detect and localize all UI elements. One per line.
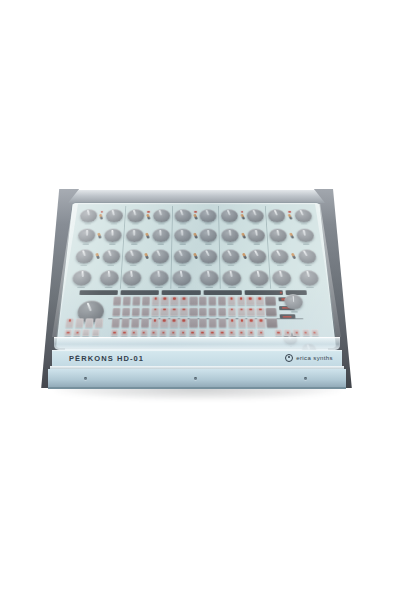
small-function-button xyxy=(170,329,177,335)
voice-strip xyxy=(219,206,271,289)
step-button xyxy=(151,307,159,316)
knob-row xyxy=(121,267,171,289)
mode-toggle-switch xyxy=(193,214,198,220)
mode-toggle-switch xyxy=(193,253,198,259)
small-function-button xyxy=(64,329,72,335)
parameter-knob xyxy=(222,229,240,243)
step-button xyxy=(160,318,168,327)
step-button xyxy=(199,318,207,327)
small-function-button xyxy=(73,329,81,335)
mode-toggle-switch xyxy=(289,232,294,238)
knob-pointer-icon xyxy=(108,271,110,277)
small-function-button xyxy=(311,329,319,335)
small-function-button xyxy=(284,329,291,335)
knob-row xyxy=(123,225,171,245)
voice-led xyxy=(148,211,150,213)
dust-cover-front-lip xyxy=(54,337,340,350)
knob-pointer-icon xyxy=(82,250,86,256)
header-segment xyxy=(121,290,160,295)
step-led xyxy=(163,308,165,310)
small-function-button xyxy=(228,329,235,335)
knob-pointer-icon xyxy=(108,250,112,256)
button-led xyxy=(231,331,233,333)
voice-strip xyxy=(171,206,221,289)
knob-pointer-icon xyxy=(86,230,88,236)
parameter-knob xyxy=(294,209,312,222)
button-led xyxy=(313,331,316,333)
knob-pointer-icon xyxy=(112,230,114,236)
parameter-knob xyxy=(150,270,169,285)
screw-icon xyxy=(84,377,87,380)
step-led xyxy=(183,308,185,310)
small-function-button xyxy=(275,329,282,335)
knob-pointer-icon xyxy=(112,210,115,216)
step-button xyxy=(208,307,216,316)
fx-button-column xyxy=(265,297,278,328)
parameter-knob xyxy=(271,249,290,263)
knob-pointer-icon xyxy=(207,230,209,236)
parameter-knob xyxy=(174,229,191,243)
step-led xyxy=(250,308,252,310)
brand-lockup: erica synths xyxy=(285,354,333,362)
parameter-knob xyxy=(222,249,240,263)
knob-row xyxy=(70,267,121,289)
button-led xyxy=(172,331,174,333)
parameter-knob xyxy=(249,270,269,285)
step-led xyxy=(173,298,175,300)
knob-row xyxy=(219,206,266,226)
step-button xyxy=(189,297,197,305)
knob-row xyxy=(172,225,219,245)
step-button xyxy=(170,318,178,327)
step-button xyxy=(237,307,245,316)
voice-led xyxy=(289,211,291,213)
small-function-button xyxy=(209,329,216,335)
button-led xyxy=(67,331,70,333)
step-button xyxy=(161,297,169,305)
step-led xyxy=(230,298,232,300)
parameter-knob xyxy=(105,209,123,222)
step-button xyxy=(160,307,168,316)
step-button xyxy=(257,318,266,327)
step-led xyxy=(163,319,165,321)
knob-row xyxy=(220,246,269,267)
step-led xyxy=(249,298,251,300)
voice-sections xyxy=(70,206,321,289)
parameter-knob xyxy=(79,209,97,222)
step-led xyxy=(154,308,156,310)
voice-strip xyxy=(121,206,173,289)
step-button xyxy=(132,297,140,305)
header-segment xyxy=(162,290,200,295)
step-led xyxy=(183,319,185,321)
strip-middle xyxy=(144,253,150,259)
parameter-knob xyxy=(200,249,218,263)
small-function-button xyxy=(92,329,99,335)
step-button xyxy=(132,307,141,316)
knob-pointer-icon xyxy=(274,210,278,216)
button-led xyxy=(143,331,145,333)
knob-pointer-icon xyxy=(227,210,231,216)
knob-pointer-icon xyxy=(303,230,306,236)
front-face: PĒRKONS HD-01 erica synths xyxy=(52,350,342,366)
fx-label-chip xyxy=(280,314,296,318)
parameter-knob xyxy=(200,209,217,222)
master-large-knob xyxy=(284,294,304,309)
step-led xyxy=(259,308,261,310)
parameter-knob xyxy=(173,249,191,263)
step-button xyxy=(246,297,254,305)
strip-middle xyxy=(241,253,247,259)
step-led xyxy=(183,298,185,300)
parameter-knob xyxy=(268,209,286,222)
parameter-knob xyxy=(153,209,170,222)
mode-toggle-switch xyxy=(241,232,246,238)
knob-pointer-icon xyxy=(159,210,162,216)
function-button xyxy=(94,318,103,327)
top-panel xyxy=(56,203,336,348)
small-function-button xyxy=(248,329,255,335)
knob-pointer-icon xyxy=(229,230,231,236)
parameter-knob xyxy=(75,249,94,263)
product-photo-stage: PĒRKONS HD-01 erica synths xyxy=(0,0,393,590)
function-button xyxy=(75,318,84,327)
step-button xyxy=(142,297,150,305)
parameter-knob xyxy=(269,229,287,243)
small-function-button xyxy=(218,329,225,335)
knob-pointer-icon xyxy=(303,250,308,256)
step-button xyxy=(199,297,207,305)
knob-pointer-icon xyxy=(206,210,210,216)
small-function-button xyxy=(111,329,118,335)
step-button xyxy=(150,318,159,327)
product-name: PĒRKONS HD-01 xyxy=(69,354,144,363)
parameter-knob xyxy=(247,209,265,222)
voice-led xyxy=(241,211,243,213)
mode-toggle-switch xyxy=(146,214,151,220)
parameter-knob xyxy=(200,229,217,243)
step-led xyxy=(241,319,243,321)
right-small-button-group xyxy=(275,329,319,335)
step-button xyxy=(111,318,120,327)
step-led xyxy=(173,319,175,321)
step-button xyxy=(256,297,265,305)
knob-row xyxy=(267,225,317,245)
step-led xyxy=(240,298,242,300)
small-function-button xyxy=(238,329,245,335)
step-led xyxy=(231,308,233,310)
step-button xyxy=(151,297,159,305)
small-function-button xyxy=(257,329,264,335)
parameter-knob xyxy=(72,270,92,285)
small-function-button xyxy=(150,329,157,335)
knob-row xyxy=(75,225,124,245)
step-button xyxy=(122,307,131,316)
button-led xyxy=(260,331,262,333)
strip-middle xyxy=(193,211,198,220)
strip-middle xyxy=(146,211,152,220)
knob-pointer-icon xyxy=(179,250,183,256)
parameter-knob xyxy=(172,270,191,285)
step-button xyxy=(209,318,217,327)
knob-pointer-icon xyxy=(207,271,210,277)
step-button xyxy=(170,307,178,316)
knob-pointer-icon xyxy=(256,271,259,277)
step-button xyxy=(218,297,226,305)
parameter-knob xyxy=(100,270,120,285)
small-function-button xyxy=(189,329,196,335)
step-button xyxy=(123,297,132,305)
parameter-knob xyxy=(102,249,121,263)
parameter-knob xyxy=(296,229,315,243)
step-button xyxy=(189,307,197,316)
parameter-knob xyxy=(122,270,142,285)
parameter-knob xyxy=(152,229,170,243)
knob-pointer-icon xyxy=(180,271,183,277)
mode-toggle-switch xyxy=(193,232,198,238)
knob-row xyxy=(269,246,320,267)
parameter-knob xyxy=(221,209,238,222)
step-row xyxy=(112,307,265,316)
step-button xyxy=(141,318,150,327)
knob-pointer-icon xyxy=(276,250,281,256)
step-led xyxy=(154,298,156,300)
small-function-button xyxy=(83,329,90,335)
knob-pointer-icon xyxy=(300,210,304,216)
knob-pointer-icon xyxy=(81,271,83,277)
small-function-button xyxy=(160,329,167,335)
button-led xyxy=(152,331,154,333)
step-button xyxy=(121,318,130,327)
knob-pointer-icon xyxy=(229,271,232,277)
step-button xyxy=(228,307,236,316)
fx-button xyxy=(266,319,277,328)
parameter-knob xyxy=(272,270,292,285)
button-led xyxy=(191,331,193,333)
rear-rail xyxy=(68,190,325,203)
knob-row xyxy=(270,267,322,289)
step-button xyxy=(227,297,235,305)
button-led xyxy=(162,331,164,333)
step-button xyxy=(238,318,247,327)
knob-pointer-icon xyxy=(279,271,282,277)
knob-row xyxy=(266,206,315,226)
step-button xyxy=(180,307,188,316)
parameter-knob xyxy=(298,249,317,263)
parameter-knob xyxy=(125,229,143,243)
mode-toggle-switch xyxy=(144,253,149,259)
voice-strip xyxy=(266,206,322,289)
knob-row xyxy=(125,206,172,226)
strip-middle xyxy=(98,211,104,220)
small-function-button xyxy=(140,329,147,335)
knob-pointer-icon xyxy=(254,250,259,256)
parameter-knob xyxy=(104,229,122,243)
parameter-knob xyxy=(299,270,319,285)
step-button xyxy=(199,307,207,316)
mode-toggle-switch xyxy=(291,253,297,259)
knob-row xyxy=(77,206,125,226)
strip-middle xyxy=(95,253,101,259)
knob-row xyxy=(171,267,220,289)
knob-pointer-icon xyxy=(159,230,161,236)
step-button xyxy=(180,297,188,305)
strip-middle xyxy=(97,233,103,239)
step-button xyxy=(208,297,216,305)
step-button xyxy=(247,318,256,327)
brand-name: erica synths xyxy=(296,355,333,361)
small-function-button xyxy=(199,329,206,335)
strip-middle xyxy=(287,211,293,220)
step-button xyxy=(180,318,188,327)
left-small-button-group xyxy=(64,329,99,335)
step-button xyxy=(228,318,236,327)
step-button xyxy=(189,318,197,327)
step-button xyxy=(112,307,121,316)
step-button xyxy=(218,318,226,327)
mode-toggle-switch xyxy=(288,214,293,220)
step-button xyxy=(141,307,150,316)
header-segment xyxy=(203,290,241,295)
button-led xyxy=(182,331,184,333)
knob-row xyxy=(171,246,219,267)
knob-pointer-icon xyxy=(157,250,161,256)
small-function-button xyxy=(130,329,137,335)
button-led xyxy=(250,331,252,333)
strip-middle xyxy=(289,233,295,239)
step-led xyxy=(164,298,166,300)
knob-row xyxy=(221,267,271,289)
knob-pointer-icon xyxy=(181,230,183,236)
strip-middle xyxy=(193,233,198,239)
knob-pointer-icon xyxy=(86,302,91,311)
button-led xyxy=(113,331,115,333)
button-led xyxy=(76,331,79,333)
button-led xyxy=(277,331,279,333)
button-led xyxy=(221,331,223,333)
strip-middle xyxy=(145,233,151,239)
voice-strip xyxy=(70,206,126,289)
step-led xyxy=(231,319,233,321)
button-led xyxy=(123,331,125,333)
fx-button xyxy=(266,307,277,316)
header-segment xyxy=(79,290,118,295)
step-button xyxy=(256,307,265,316)
strip-middle xyxy=(291,253,297,259)
fx-button xyxy=(265,297,276,306)
knob-pointer-icon xyxy=(130,250,134,256)
screw-icon xyxy=(304,377,307,380)
step-row xyxy=(113,297,264,305)
button-led xyxy=(240,331,242,333)
step-led xyxy=(260,319,262,321)
button-led xyxy=(295,331,298,333)
button-led xyxy=(69,319,72,321)
knob-pointer-icon xyxy=(86,210,89,216)
screw-icon xyxy=(194,377,197,380)
knob-pointer-icon xyxy=(277,230,280,236)
section-header-bar xyxy=(79,290,307,295)
knob-row xyxy=(122,246,171,267)
knob-pointer-icon xyxy=(180,210,183,216)
knob-pointer-icon xyxy=(292,295,294,301)
knob-pointer-icon xyxy=(227,250,231,256)
step-button xyxy=(113,297,122,305)
mode-toggle-switch xyxy=(99,214,104,220)
knob-pointer-icon xyxy=(133,210,136,216)
step-led xyxy=(173,308,175,310)
knob-pointer-icon xyxy=(158,271,161,277)
small-function-button xyxy=(121,329,128,335)
erica-synths-logo-icon xyxy=(285,354,293,362)
mode-toggle-switch xyxy=(242,253,247,259)
step-led xyxy=(259,298,261,300)
parameter-knob xyxy=(174,209,191,222)
function-button xyxy=(65,318,74,327)
step-button xyxy=(247,307,256,316)
knob-pointer-icon xyxy=(131,271,134,277)
knob-row xyxy=(220,225,268,245)
knob-pointer-icon xyxy=(205,250,209,256)
mode-toggle-switch xyxy=(96,253,101,259)
mode-toggle-switch xyxy=(240,214,245,220)
small-function-button xyxy=(302,329,309,335)
step-button xyxy=(237,297,245,305)
button-led xyxy=(211,331,213,333)
strip-middle xyxy=(241,233,247,239)
knob-pointer-icon xyxy=(252,210,256,216)
step-row xyxy=(111,318,265,327)
parameter-knob xyxy=(249,249,267,263)
button-led xyxy=(304,331,307,333)
parameter-knob xyxy=(222,270,241,285)
button-led xyxy=(133,331,135,333)
step-button xyxy=(131,318,140,327)
parameter-knob xyxy=(151,249,169,263)
function-button xyxy=(85,318,94,327)
knob-pointer-icon xyxy=(307,271,310,277)
parameter-knob xyxy=(248,229,266,243)
knob-pointer-icon xyxy=(255,230,258,236)
function-row xyxy=(111,329,265,335)
small-function-button xyxy=(293,329,300,335)
step-led xyxy=(240,308,242,310)
parameter-knob xyxy=(127,209,145,222)
button-led xyxy=(201,331,203,333)
left-button-group xyxy=(65,318,103,327)
mode-toggle-switch xyxy=(145,232,150,238)
strip-middle xyxy=(193,253,199,259)
parameter-knob xyxy=(124,249,142,263)
knob-pointer-icon xyxy=(133,230,135,236)
knob-row xyxy=(172,206,219,226)
knob-row xyxy=(73,246,123,267)
button-led xyxy=(286,331,289,333)
step-button xyxy=(218,307,226,316)
strip-middle xyxy=(240,211,246,220)
parameter-knob xyxy=(200,270,219,285)
front-skirt xyxy=(48,369,346,389)
step-led xyxy=(250,319,252,321)
header-segment xyxy=(244,290,283,295)
small-function-button xyxy=(179,329,186,335)
mode-toggle-switch xyxy=(97,232,102,238)
parameter-knob xyxy=(77,229,96,243)
step-led xyxy=(154,319,156,321)
voice-led xyxy=(101,211,103,213)
voice-led xyxy=(194,211,196,213)
step-button xyxy=(170,297,178,305)
